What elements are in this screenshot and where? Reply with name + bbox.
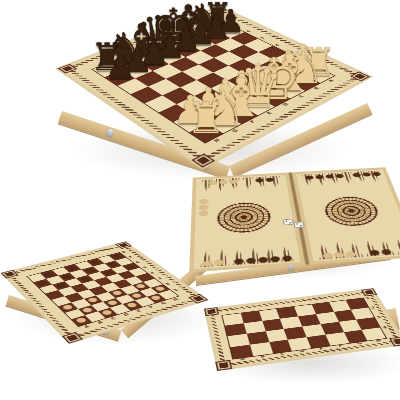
backgammon-checker-dark: ● bbox=[314, 174, 324, 180]
backgammon-checker-light: ● bbox=[202, 259, 213, 267]
backgammon-checker-dark: ● bbox=[269, 254, 280, 262]
backgammon-checker-dark: ● bbox=[351, 172, 361, 178]
medallion-ornament-icon bbox=[216, 201, 273, 235]
corner-ornament-icon bbox=[219, 362, 229, 368]
backgammon-checker-dark: ● bbox=[368, 248, 381, 256]
backgammon-checker-dark: ● bbox=[324, 173, 334, 179]
backgammon-checker-light: ● bbox=[214, 258, 225, 266]
backgammon-point bbox=[392, 237, 400, 254]
backgammon-checker-dark: ● bbox=[265, 176, 275, 182]
backgammon-checker-dark: ● bbox=[246, 256, 257, 264]
backgammon-checker-dark: ● bbox=[304, 174, 314, 180]
backgammon-checker-dark: ● bbox=[255, 177, 265, 183]
clasp-icon bbox=[106, 128, 113, 137]
backgammon-leaf-right: ●●●●●●●●●●●●● bbox=[292, 167, 400, 264]
backgammon-checker-dark: ● bbox=[361, 171, 372, 177]
medallion-ornament-icon bbox=[321, 195, 383, 228]
backgammon-checker-dark: ● bbox=[371, 171, 382, 177]
backgammon-checker-light: ● bbox=[208, 179, 217, 185]
backgammon-checker-light: ● bbox=[229, 178, 238, 184]
backgammon-checker-light: ● bbox=[345, 250, 357, 258]
backgammon-checker-dark: ● bbox=[258, 255, 269, 263]
backgammon-checker-light: ● bbox=[321, 251, 333, 259]
backgammon-board: ●●●●●●●●●●●●●●●●●●●●●●●●●●●● bbox=[189, 167, 400, 272]
backgammon-checker-dark: ● bbox=[334, 173, 344, 179]
backgammon-checker-dark: ● bbox=[281, 254, 293, 262]
corner-ornament-icon bbox=[207, 309, 216, 314]
die-icon bbox=[283, 219, 294, 225]
backgammon-checker-light: ● bbox=[219, 179, 228, 185]
backgammon-checker-dark: ● bbox=[380, 247, 393, 255]
backgammon-checker-dark: ● bbox=[233, 257, 244, 265]
die-icon bbox=[293, 222, 304, 228]
product-photo-scene: HGFEDCBA87654321 ●●●●●●●●●●●●●●●●●●●●●●●… bbox=[0, 0, 400, 400]
backgammon-point bbox=[243, 177, 254, 190]
backgammon-checker-light: ● bbox=[333, 250, 345, 258]
backgammon-checker-light: ● bbox=[199, 210, 209, 217]
corner-ornament-icon bbox=[393, 339, 400, 345]
